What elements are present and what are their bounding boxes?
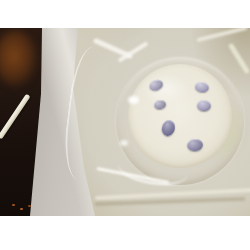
bag-glint <box>128 96 139 104</box>
gemstone-4 <box>197 99 212 111</box>
gemstone-2 <box>194 81 209 93</box>
photo-frame <box>0 0 250 250</box>
gems-layer <box>0 28 250 216</box>
gemstone-6 <box>186 138 204 152</box>
bag-glint <box>120 140 128 146</box>
gemstone-3 <box>153 98 167 109</box>
gemstone-1 <box>148 78 165 92</box>
gemstone-photo <box>0 28 250 216</box>
gemstone-5 <box>160 119 176 138</box>
